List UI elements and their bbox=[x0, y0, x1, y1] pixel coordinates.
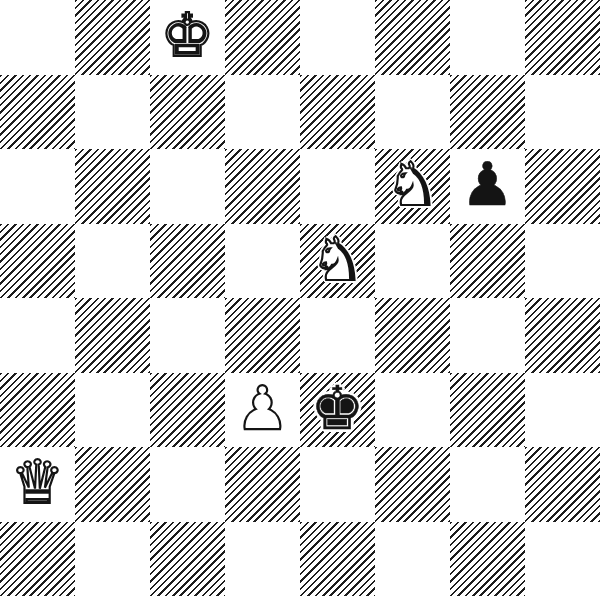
piece-white-queen[interactable]: ♛ bbox=[11, 452, 65, 512]
square-g6[interactable]: ♟ bbox=[450, 149, 525, 224]
square-d8[interactable] bbox=[225, 0, 300, 75]
square-g3[interactable] bbox=[450, 373, 525, 448]
square-e4[interactable] bbox=[300, 298, 375, 373]
square-b1[interactable] bbox=[75, 522, 150, 596]
square-g2[interactable] bbox=[450, 447, 525, 522]
piece-black-pawn[interactable]: ♟ bbox=[461, 154, 515, 214]
square-h6[interactable] bbox=[525, 149, 600, 224]
square-d7[interactable] bbox=[225, 75, 300, 150]
piece-white-pawn[interactable]: ♟ bbox=[236, 378, 290, 438]
square-g8[interactable] bbox=[450, 0, 525, 75]
square-h1[interactable] bbox=[525, 522, 600, 596]
square-a5[interactable] bbox=[0, 224, 75, 299]
chess-board: ♚♞♟♞♟♚♛ bbox=[0, 0, 600, 596]
square-h3[interactable] bbox=[525, 373, 600, 448]
square-f6[interactable]: ♞ bbox=[375, 149, 450, 224]
square-c1[interactable] bbox=[150, 522, 225, 596]
square-c7[interactable] bbox=[150, 75, 225, 150]
square-h5[interactable] bbox=[525, 224, 600, 299]
square-h4[interactable] bbox=[525, 298, 600, 373]
piece-white-knight[interactable]: ♞ bbox=[386, 154, 440, 214]
square-b8[interactable] bbox=[75, 0, 150, 75]
square-c8[interactable]: ♚ bbox=[150, 0, 225, 75]
square-f3[interactable] bbox=[375, 373, 450, 448]
square-c4[interactable] bbox=[150, 298, 225, 373]
square-a6[interactable] bbox=[0, 149, 75, 224]
square-a8[interactable] bbox=[0, 0, 75, 75]
square-c3[interactable] bbox=[150, 373, 225, 448]
square-d2[interactable] bbox=[225, 447, 300, 522]
square-h7[interactable] bbox=[525, 75, 600, 150]
square-e3[interactable]: ♚ bbox=[300, 373, 375, 448]
square-a2[interactable]: ♛ bbox=[0, 447, 75, 522]
square-c2[interactable] bbox=[150, 447, 225, 522]
square-g4[interactable] bbox=[450, 298, 525, 373]
square-f2[interactable] bbox=[375, 447, 450, 522]
square-d5[interactable] bbox=[225, 224, 300, 299]
square-d3[interactable]: ♟ bbox=[225, 373, 300, 448]
square-g7[interactable] bbox=[450, 75, 525, 150]
square-c6[interactable] bbox=[150, 149, 225, 224]
square-h8[interactable] bbox=[525, 0, 600, 75]
square-a4[interactable] bbox=[0, 298, 75, 373]
square-g5[interactable] bbox=[450, 224, 525, 299]
square-a7[interactable] bbox=[0, 75, 75, 150]
square-d6[interactable] bbox=[225, 149, 300, 224]
piece-black-king[interactable]: ♚ bbox=[311, 378, 365, 438]
square-c5[interactable] bbox=[150, 224, 225, 299]
square-b3[interactable] bbox=[75, 373, 150, 448]
square-f1[interactable] bbox=[375, 522, 450, 596]
square-b6[interactable] bbox=[75, 149, 150, 224]
square-g1[interactable] bbox=[450, 522, 525, 596]
square-e6[interactable] bbox=[300, 149, 375, 224]
square-h2[interactable] bbox=[525, 447, 600, 522]
square-b5[interactable] bbox=[75, 224, 150, 299]
square-e2[interactable] bbox=[300, 447, 375, 522]
square-f8[interactable] bbox=[375, 0, 450, 75]
square-e8[interactable] bbox=[300, 0, 375, 75]
square-f5[interactable] bbox=[375, 224, 450, 299]
square-b4[interactable] bbox=[75, 298, 150, 373]
piece-white-knight[interactable]: ♞ bbox=[311, 229, 365, 289]
square-a3[interactable] bbox=[0, 373, 75, 448]
square-a1[interactable] bbox=[0, 522, 75, 596]
square-d4[interactable] bbox=[225, 298, 300, 373]
square-e7[interactable] bbox=[300, 75, 375, 150]
square-b7[interactable] bbox=[75, 75, 150, 150]
square-d1[interactable] bbox=[225, 522, 300, 596]
square-b2[interactable] bbox=[75, 447, 150, 522]
square-f7[interactable] bbox=[375, 75, 450, 150]
square-f4[interactable] bbox=[375, 298, 450, 373]
piece-white-king[interactable]: ♚ bbox=[161, 5, 215, 65]
chess-diagram: ♚♞♟♞♟♚♛ bbox=[0, 0, 600, 596]
square-e5[interactable]: ♞ bbox=[300, 224, 375, 299]
square-e1[interactable] bbox=[300, 522, 375, 596]
